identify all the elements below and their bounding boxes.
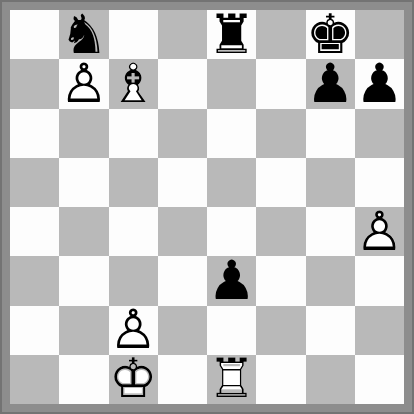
square-d3[interactable] bbox=[158, 256, 207, 305]
square-g6[interactable] bbox=[306, 109, 355, 158]
square-b3[interactable] bbox=[59, 256, 108, 305]
square-d2[interactable] bbox=[158, 306, 207, 355]
square-a2[interactable] bbox=[10, 306, 59, 355]
piece-outline: ♗ bbox=[109, 59, 157, 108]
square-h2[interactable] bbox=[355, 306, 404, 355]
square-a6[interactable] bbox=[10, 109, 59, 158]
black-pawn[interactable]: ♟ bbox=[355, 59, 404, 108]
square-b6[interactable] bbox=[59, 109, 108, 158]
piece-glyph: ♟ bbox=[355, 59, 403, 108]
square-g5[interactable] bbox=[306, 158, 355, 207]
square-a1[interactable] bbox=[10, 355, 59, 404]
square-g1[interactable] bbox=[306, 355, 355, 404]
square-e8[interactable]: ♜ bbox=[207, 10, 256, 59]
white-king[interactable]: ♚♔ bbox=[109, 355, 158, 404]
square-c7[interactable]: ♝♗ bbox=[109, 59, 158, 108]
square-b2[interactable] bbox=[59, 306, 108, 355]
square-g7[interactable]: ♟ bbox=[306, 59, 355, 108]
square-d6[interactable] bbox=[158, 109, 207, 158]
piece-glyph: ♟ bbox=[207, 256, 255, 305]
square-f1[interactable] bbox=[256, 355, 305, 404]
black-pawn[interactable]: ♟ bbox=[207, 256, 256, 305]
piece-outline: ♙ bbox=[355, 207, 403, 256]
black-rook[interactable]: ♜ bbox=[207, 10, 256, 59]
board-frame: ♞♜♚♟♙♝♗♟♟♟♙♟♟♙♚♔♜♖ bbox=[0, 0, 414, 414]
square-f4[interactable] bbox=[256, 207, 305, 256]
square-g2[interactable] bbox=[306, 306, 355, 355]
white-bishop[interactable]: ♝♗ bbox=[109, 59, 158, 108]
square-a3[interactable] bbox=[10, 256, 59, 305]
square-h4[interactable]: ♟♙ bbox=[355, 207, 404, 256]
square-e3[interactable]: ♟ bbox=[207, 256, 256, 305]
square-h6[interactable] bbox=[355, 109, 404, 158]
square-c4[interactable] bbox=[109, 207, 158, 256]
square-h7[interactable]: ♟ bbox=[355, 59, 404, 108]
square-h1[interactable] bbox=[355, 355, 404, 404]
square-d8[interactable] bbox=[158, 10, 207, 59]
square-g3[interactable] bbox=[306, 256, 355, 305]
square-c5[interactable] bbox=[109, 158, 158, 207]
square-f8[interactable] bbox=[256, 10, 305, 59]
square-e1[interactable]: ♜♖ bbox=[207, 355, 256, 404]
square-d5[interactable] bbox=[158, 158, 207, 207]
piece-glyph: ♟ bbox=[306, 59, 354, 108]
piece-outline: ♔ bbox=[109, 355, 157, 404]
square-e7[interactable] bbox=[207, 59, 256, 108]
square-b1[interactable] bbox=[59, 355, 108, 404]
square-b4[interactable] bbox=[59, 207, 108, 256]
square-f3[interactable] bbox=[256, 256, 305, 305]
square-e5[interactable] bbox=[207, 158, 256, 207]
piece-glyph: ♜ bbox=[207, 10, 255, 59]
square-a4[interactable] bbox=[10, 207, 59, 256]
square-f7[interactable] bbox=[256, 59, 305, 108]
chess-board: ♞♜♚♟♙♝♗♟♟♟♙♟♟♙♚♔♜♖ bbox=[10, 10, 404, 404]
square-a7[interactable] bbox=[10, 59, 59, 108]
square-d4[interactable] bbox=[158, 207, 207, 256]
square-a8[interactable] bbox=[10, 10, 59, 59]
square-f5[interactable] bbox=[256, 158, 305, 207]
square-c6[interactable] bbox=[109, 109, 158, 158]
square-d7[interactable] bbox=[158, 59, 207, 108]
square-b7[interactable]: ♟♙ bbox=[59, 59, 108, 108]
square-g4[interactable] bbox=[306, 207, 355, 256]
square-c1[interactable]: ♚♔ bbox=[109, 355, 158, 404]
square-h3[interactable] bbox=[355, 256, 404, 305]
white-pawn[interactable]: ♟♙ bbox=[59, 59, 108, 108]
square-a5[interactable] bbox=[10, 158, 59, 207]
square-d1[interactable] bbox=[158, 355, 207, 404]
piece-outline: ♙ bbox=[60, 59, 108, 108]
piece-outline: ♖ bbox=[207, 355, 255, 404]
square-e6[interactable] bbox=[207, 109, 256, 158]
black-pawn[interactable]: ♟ bbox=[306, 59, 355, 108]
square-f6[interactable] bbox=[256, 109, 305, 158]
square-f2[interactable] bbox=[256, 306, 305, 355]
white-pawn[interactable]: ♟♙ bbox=[355, 207, 404, 256]
white-rook[interactable]: ♜♖ bbox=[207, 355, 256, 404]
square-b5[interactable] bbox=[59, 158, 108, 207]
